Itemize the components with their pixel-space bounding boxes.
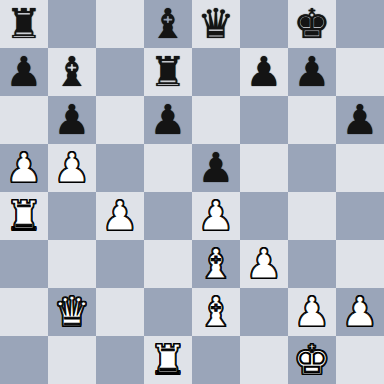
square-h8[interactable] [336, 0, 384, 48]
black-queen-e8[interactable]: ♛ [198, 0, 235, 48]
square-a4[interactable]: ♜ [0, 192, 48, 240]
white-pawn-e4[interactable]: ♟ [198, 192, 235, 240]
square-e6[interactable] [192, 96, 240, 144]
square-d8[interactable]: ♝ [144, 0, 192, 48]
black-pawn-a7[interactable]: ♟ [6, 48, 43, 96]
square-c8[interactable] [96, 0, 144, 48]
black-pawn-f7[interactable]: ♟ [246, 48, 283, 96]
black-pawn-e5[interactable]: ♟ [198, 144, 235, 192]
square-c5[interactable] [96, 144, 144, 192]
square-f2[interactable] [240, 288, 288, 336]
square-h2[interactable]: ♟ [336, 288, 384, 336]
square-e3[interactable]: ♝ [192, 240, 240, 288]
square-g5[interactable] [288, 144, 336, 192]
white-pawn-c4[interactable]: ♟ [102, 192, 139, 240]
square-d2[interactable] [144, 288, 192, 336]
white-rook-d1[interactable]: ♜ [150, 336, 187, 384]
square-b3[interactable] [48, 240, 96, 288]
square-f3[interactable]: ♟ [240, 240, 288, 288]
square-d3[interactable] [144, 240, 192, 288]
square-b7[interactable]: ♝ [48, 48, 96, 96]
square-a1[interactable] [0, 336, 48, 384]
black-pawn-g7[interactable]: ♟ [294, 48, 331, 96]
square-c7[interactable] [96, 48, 144, 96]
square-b2[interactable]: ♛ [48, 288, 96, 336]
square-h3[interactable] [336, 240, 384, 288]
square-c1[interactable] [96, 336, 144, 384]
square-g1[interactable]: ♚ [288, 336, 336, 384]
white-pawn-h2[interactable]: ♟ [342, 288, 379, 336]
square-d4[interactable] [144, 192, 192, 240]
white-queen-b2[interactable]: ♛ [54, 288, 91, 336]
square-a6[interactable] [0, 96, 48, 144]
white-bishop-e3[interactable]: ♝ [198, 240, 235, 288]
chess-board: ♜♝♛♚♟♝♜♟♟♟♟♟♟♟♟♜♟♟♝♟♛♝♟♟♜♚ [0, 0, 384, 384]
square-g7[interactable]: ♟ [288, 48, 336, 96]
square-b5[interactable]: ♟ [48, 144, 96, 192]
black-pawn-h6[interactable]: ♟ [342, 96, 379, 144]
square-f5[interactable] [240, 144, 288, 192]
square-h6[interactable]: ♟ [336, 96, 384, 144]
square-b1[interactable] [48, 336, 96, 384]
white-bishop-e2[interactable]: ♝ [198, 288, 235, 336]
square-c6[interactable] [96, 96, 144, 144]
square-e1[interactable] [192, 336, 240, 384]
square-e2[interactable]: ♝ [192, 288, 240, 336]
square-b4[interactable] [48, 192, 96, 240]
square-g8[interactable]: ♚ [288, 0, 336, 48]
square-h7[interactable] [336, 48, 384, 96]
white-pawn-g2[interactable]: ♟ [294, 288, 331, 336]
chessboard-container: ♜♝♛♚♟♝♜♟♟♟♟♟♟♟♟♜♟♟♝♟♛♝♟♟♜♚ [0, 0, 384, 384]
white-pawn-a5[interactable]: ♟ [6, 144, 43, 192]
square-g4[interactable] [288, 192, 336, 240]
black-rook-d7[interactable]: ♜ [150, 48, 187, 96]
square-f7[interactable]: ♟ [240, 48, 288, 96]
white-pawn-b5[interactable]: ♟ [54, 144, 91, 192]
square-h4[interactable] [336, 192, 384, 240]
square-d6[interactable]: ♟ [144, 96, 192, 144]
black-king-g8[interactable]: ♚ [294, 0, 331, 48]
square-e5[interactable]: ♟ [192, 144, 240, 192]
square-f1[interactable] [240, 336, 288, 384]
black-pawn-d6[interactable]: ♟ [150, 96, 187, 144]
square-d5[interactable] [144, 144, 192, 192]
white-rook-a4[interactable]: ♜ [6, 192, 43, 240]
square-c3[interactable] [96, 240, 144, 288]
square-g6[interactable] [288, 96, 336, 144]
square-a3[interactable] [0, 240, 48, 288]
black-pawn-b6[interactable]: ♟ [54, 96, 91, 144]
black-rook-a8[interactable]: ♜ [6, 0, 43, 48]
square-f4[interactable] [240, 192, 288, 240]
square-e4[interactable]: ♟ [192, 192, 240, 240]
square-a2[interactable] [0, 288, 48, 336]
square-e7[interactable] [192, 48, 240, 96]
square-h5[interactable] [336, 144, 384, 192]
square-a7[interactable]: ♟ [0, 48, 48, 96]
square-d1[interactable]: ♜ [144, 336, 192, 384]
white-pawn-f3[interactable]: ♟ [246, 240, 283, 288]
square-a8[interactable]: ♜ [0, 0, 48, 48]
square-c4[interactable]: ♟ [96, 192, 144, 240]
black-bishop-b7[interactable]: ♝ [54, 48, 91, 96]
square-g2[interactable]: ♟ [288, 288, 336, 336]
square-c2[interactable] [96, 288, 144, 336]
square-a5[interactable]: ♟ [0, 144, 48, 192]
square-d7[interactable]: ♜ [144, 48, 192, 96]
square-b8[interactable] [48, 0, 96, 48]
square-b6[interactable]: ♟ [48, 96, 96, 144]
black-bishop-d8[interactable]: ♝ [150, 0, 187, 48]
square-h1[interactable] [336, 336, 384, 384]
white-king-g1[interactable]: ♚ [294, 336, 331, 384]
square-f8[interactable] [240, 0, 288, 48]
square-g3[interactable] [288, 240, 336, 288]
square-f6[interactable] [240, 96, 288, 144]
square-e8[interactable]: ♛ [192, 0, 240, 48]
